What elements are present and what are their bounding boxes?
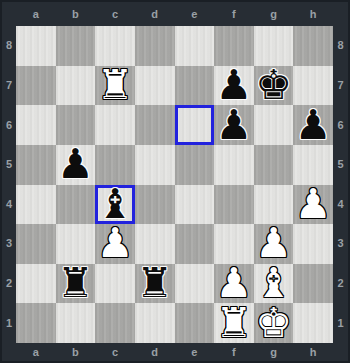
square-f2[interactable]: ♟ bbox=[214, 264, 254, 304]
rank-labels-left: 87654321 bbox=[2, 26, 16, 343]
square-h1[interactable] bbox=[293, 303, 333, 343]
square-c7[interactable]: ♜ bbox=[95, 66, 135, 106]
square-f7[interactable]: ♟ bbox=[214, 66, 254, 106]
square-b2[interactable]: ♜ bbox=[56, 264, 96, 304]
rank-label-2: 2 bbox=[6, 278, 12, 289]
rank-label-4: 4 bbox=[337, 199, 343, 210]
square-g1[interactable]: ♚ bbox=[254, 303, 294, 343]
square-h4[interactable]: ♟ bbox=[293, 185, 333, 225]
square-f3[interactable] bbox=[214, 224, 254, 264]
rank-label-1: 1 bbox=[6, 318, 12, 329]
black-pawn-piece[interactable]: ♟ bbox=[57, 145, 94, 184]
square-h7[interactable] bbox=[293, 66, 333, 106]
square-e4[interactable] bbox=[175, 185, 215, 225]
white-bishop-piece[interactable]: ♝ bbox=[255, 264, 292, 303]
square-e6[interactable] bbox=[175, 105, 215, 145]
square-f1[interactable]: ♜ bbox=[214, 303, 254, 343]
white-pawn-piece[interactable]: ♟ bbox=[255, 224, 292, 263]
rank-label-8: 8 bbox=[337, 40, 343, 51]
file-label-f: f bbox=[232, 347, 236, 358]
file-label-g: g bbox=[270, 347, 277, 358]
file-label-a: a bbox=[33, 347, 39, 358]
rank-label-7: 7 bbox=[6, 80, 12, 91]
square-a1[interactable] bbox=[16, 303, 56, 343]
square-e8[interactable] bbox=[175, 26, 215, 66]
square-f5[interactable] bbox=[214, 145, 254, 185]
white-king-piece[interactable]: ♚ bbox=[255, 304, 292, 343]
white-rook-piece[interactable]: ♜ bbox=[97, 66, 134, 105]
square-h6[interactable]: ♟ bbox=[293, 105, 333, 145]
file-label-d: d bbox=[151, 9, 158, 20]
rank-label-3: 3 bbox=[6, 238, 12, 249]
square-g3[interactable]: ♟ bbox=[254, 224, 294, 264]
square-f8[interactable] bbox=[214, 26, 254, 66]
chess-board: ♜♟♚♟♟♟♝♟♟♟♜♜♟♝♜♚ bbox=[16, 26, 333, 343]
rank-label-5: 5 bbox=[337, 159, 343, 170]
white-pawn-piece[interactable]: ♟ bbox=[295, 185, 332, 224]
square-h2[interactable] bbox=[293, 264, 333, 304]
square-b7[interactable] bbox=[56, 66, 96, 106]
rank-label-8: 8 bbox=[6, 40, 12, 51]
square-d5[interactable] bbox=[135, 145, 175, 185]
file-label-c: c bbox=[112, 9, 118, 20]
square-b1[interactable] bbox=[56, 303, 96, 343]
square-b5[interactable]: ♟ bbox=[56, 145, 96, 185]
square-e1[interactable] bbox=[175, 303, 215, 343]
square-b4[interactable] bbox=[56, 185, 96, 225]
square-a2[interactable] bbox=[16, 264, 56, 304]
rank-labels-right: 87654321 bbox=[333, 26, 348, 343]
file-label-d: d bbox=[151, 347, 158, 358]
square-d1[interactable] bbox=[135, 303, 175, 343]
white-pawn-piece[interactable]: ♟ bbox=[216, 264, 253, 303]
black-pawn-piece[interactable]: ♟ bbox=[216, 66, 253, 105]
board-frame: abcdefgh 87654321 ♜♟♚♟♟♟♝♟♟♟♜♜♟♝♜♚ 87654… bbox=[0, 0, 350, 363]
square-a5[interactable] bbox=[16, 145, 56, 185]
square-g8[interactable] bbox=[254, 26, 294, 66]
black-pawn-piece[interactable]: ♟ bbox=[295, 106, 332, 145]
rank-label-6: 6 bbox=[6, 120, 12, 131]
file-label-b: b bbox=[72, 347, 79, 358]
black-rook-piece[interactable]: ♜ bbox=[136, 264, 173, 303]
rank-label-3: 3 bbox=[337, 238, 343, 249]
black-king-piece[interactable]: ♚ bbox=[255, 66, 292, 105]
file-label-h: h bbox=[310, 347, 317, 358]
file-label-e: e bbox=[191, 9, 197, 20]
file-label-c: c bbox=[112, 347, 118, 358]
rank-label-6: 6 bbox=[337, 120, 343, 131]
square-h5[interactable] bbox=[293, 145, 333, 185]
file-label-h: h bbox=[310, 9, 317, 20]
square-e7[interactable] bbox=[175, 66, 215, 106]
square-a4[interactable] bbox=[16, 185, 56, 225]
square-f4[interactable] bbox=[214, 185, 254, 225]
square-d6[interactable] bbox=[135, 105, 175, 145]
file-label-f: f bbox=[232, 9, 236, 20]
square-a8[interactable] bbox=[16, 26, 56, 66]
square-h8[interactable] bbox=[293, 26, 333, 66]
square-g5[interactable] bbox=[254, 145, 294, 185]
square-g2[interactable]: ♝ bbox=[254, 264, 294, 304]
square-g6[interactable] bbox=[254, 105, 294, 145]
square-d2[interactable]: ♜ bbox=[135, 264, 175, 304]
white-rook-piece[interactable]: ♜ bbox=[216, 304, 253, 343]
rank-label-2: 2 bbox=[337, 278, 343, 289]
square-f6[interactable]: ♟ bbox=[214, 105, 254, 145]
square-d4[interactable] bbox=[135, 185, 175, 225]
square-b8[interactable] bbox=[56, 26, 96, 66]
square-c2[interactable] bbox=[95, 264, 135, 304]
square-b3[interactable] bbox=[56, 224, 96, 264]
square-b6[interactable] bbox=[56, 105, 96, 145]
file-label-b: b bbox=[72, 9, 79, 20]
rank-label-1: 1 bbox=[337, 318, 343, 329]
file-label-g: g bbox=[270, 9, 277, 20]
file-label-e: e bbox=[191, 347, 197, 358]
square-a3[interactable] bbox=[16, 224, 56, 264]
rank-label-7: 7 bbox=[337, 80, 343, 91]
rank-label-5: 5 bbox=[6, 159, 12, 170]
white-pawn-piece[interactable]: ♟ bbox=[97, 224, 134, 263]
file-labels-top: abcdefgh bbox=[16, 2, 333, 26]
square-g7[interactable]: ♚ bbox=[254, 66, 294, 106]
square-g4[interactable] bbox=[254, 185, 294, 225]
square-a7[interactable] bbox=[16, 66, 56, 106]
square-c3[interactable]: ♟ bbox=[95, 224, 135, 264]
square-c5[interactable] bbox=[95, 145, 135, 185]
square-d7[interactable] bbox=[135, 66, 175, 106]
square-d8[interactable] bbox=[135, 26, 175, 66]
square-e2[interactable] bbox=[175, 264, 215, 304]
rank-label-4: 4 bbox=[6, 199, 12, 210]
square-e5[interactable] bbox=[175, 145, 215, 185]
file-label-a: a bbox=[33, 9, 39, 20]
square-e3[interactable] bbox=[175, 224, 215, 264]
square-d3[interactable] bbox=[135, 224, 175, 264]
black-pawn-piece[interactable]: ♟ bbox=[216, 106, 253, 145]
square-a6[interactable] bbox=[16, 105, 56, 145]
square-c1[interactable] bbox=[95, 303, 135, 343]
square-h3[interactable] bbox=[293, 224, 333, 264]
square-c4[interactable]: ♝ bbox=[95, 185, 135, 225]
black-rook-piece[interactable]: ♜ bbox=[57, 264, 94, 303]
square-c8[interactable] bbox=[95, 26, 135, 66]
black-bishop-piece[interactable]: ♝ bbox=[97, 185, 134, 224]
square-c6[interactable] bbox=[95, 105, 135, 145]
